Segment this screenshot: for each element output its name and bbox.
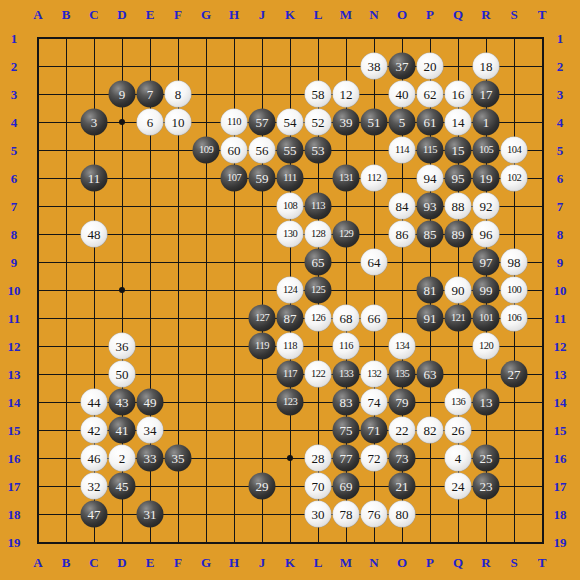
move-number: 109 xyxy=(199,145,213,156)
stone-black-K11: 87 xyxy=(277,305,304,332)
stone-black-D15: 41 xyxy=(109,417,136,444)
move-number: 120 xyxy=(479,341,493,352)
move-number: 12 xyxy=(340,88,353,101)
stone-white-C16: 46 xyxy=(81,445,108,472)
stone-black-R5: 105 xyxy=(473,137,500,164)
col-label-top-K: K xyxy=(285,8,295,21)
move-number: 58 xyxy=(312,88,325,101)
stone-black-C4: 3 xyxy=(81,109,108,136)
move-number: 62 xyxy=(424,88,437,101)
stone-black-M15: 75 xyxy=(333,417,360,444)
move-number: 60 xyxy=(228,144,241,157)
move-number: 50 xyxy=(116,368,129,381)
move-number: 135 xyxy=(395,369,409,380)
stone-white-M18: 78 xyxy=(333,501,360,528)
move-number: 97 xyxy=(480,256,493,269)
stone-white-D13: 50 xyxy=(109,361,136,388)
move-number: 78 xyxy=(340,508,353,521)
move-number: 72 xyxy=(368,452,381,465)
stone-white-K7: 108 xyxy=(277,193,304,220)
stone-white-O8: 86 xyxy=(389,221,416,248)
col-label-top-C: C xyxy=(89,8,98,21)
stone-black-R6: 19 xyxy=(473,165,500,192)
stone-white-R8: 96 xyxy=(473,221,500,248)
stone-white-O12: 134 xyxy=(389,333,416,360)
move-number: 5 xyxy=(399,116,406,129)
stone-white-Q4: 14 xyxy=(445,109,472,136)
stone-white-O15: 22 xyxy=(389,417,416,444)
stone-white-L3: 58 xyxy=(305,81,332,108)
move-number: 9 xyxy=(119,88,126,101)
move-number: 53 xyxy=(312,144,325,157)
row-label-right-18: 18 xyxy=(554,508,567,521)
row-label-left-3: 3 xyxy=(11,88,18,101)
move-number: 27 xyxy=(508,368,521,381)
stone-black-R14: 13 xyxy=(473,389,500,416)
col-label-top-M: M xyxy=(340,8,352,21)
stone-black-E3: 7 xyxy=(137,81,164,108)
move-number: 105 xyxy=(479,145,493,156)
move-number: 44 xyxy=(88,396,101,409)
move-number: 119 xyxy=(255,341,269,352)
stone-white-Q7: 88 xyxy=(445,193,472,220)
col-label-bottom-K: K xyxy=(285,556,295,569)
move-number: 85 xyxy=(424,228,437,241)
stone-black-C6: 11 xyxy=(81,165,108,192)
col-label-bottom-C: C xyxy=(89,556,98,569)
move-number: 37 xyxy=(396,60,409,73)
row-label-left-8: 8 xyxy=(11,228,18,241)
stone-black-L10: 125 xyxy=(305,277,332,304)
move-number: 36 xyxy=(116,340,129,353)
move-number: 75 xyxy=(340,424,353,437)
row-label-right-13: 13 xyxy=(554,368,567,381)
move-number: 134 xyxy=(395,341,409,352)
star-point-K16 xyxy=(287,455,293,461)
stone-black-L7: 113 xyxy=(305,193,332,220)
move-number: 55 xyxy=(284,144,297,157)
stone-white-L8: 128 xyxy=(305,221,332,248)
stone-white-O7: 84 xyxy=(389,193,416,220)
stone-black-Q11: 121 xyxy=(445,305,472,332)
move-number: 29 xyxy=(256,480,269,493)
move-number: 10 xyxy=(172,116,185,129)
row-label-right-1: 1 xyxy=(557,32,564,45)
move-number: 39 xyxy=(340,116,353,129)
move-number: 101 xyxy=(479,313,493,324)
stone-white-F3: 8 xyxy=(165,81,192,108)
row-label-right-15: 15 xyxy=(554,424,567,437)
move-number: 64 xyxy=(368,256,381,269)
stone-black-M14: 83 xyxy=(333,389,360,416)
move-number: 28 xyxy=(312,452,325,465)
stone-white-S11: 106 xyxy=(501,305,528,332)
stone-black-M6: 131 xyxy=(333,165,360,192)
stone-black-R17: 23 xyxy=(473,473,500,500)
stone-black-K6: 111 xyxy=(277,165,304,192)
move-number: 13 xyxy=(480,396,493,409)
move-number: 69 xyxy=(340,480,353,493)
move-number: 38 xyxy=(368,60,381,73)
stone-white-L16: 28 xyxy=(305,445,332,472)
col-label-bottom-Q: Q xyxy=(453,556,463,569)
col-label-bottom-L: L xyxy=(314,556,323,569)
stone-black-L5: 53 xyxy=(305,137,332,164)
move-number: 104 xyxy=(507,145,521,156)
row-label-right-9: 9 xyxy=(557,256,564,269)
stone-white-C8: 48 xyxy=(81,221,108,248)
stone-white-L4: 52 xyxy=(305,109,332,136)
row-label-left-19: 19 xyxy=(8,536,21,549)
move-number: 63 xyxy=(424,368,437,381)
col-label-top-P: P xyxy=(426,8,434,21)
move-number: 107 xyxy=(227,173,241,184)
row-label-right-4: 4 xyxy=(557,116,564,129)
col-label-top-G: G xyxy=(201,8,211,21)
move-number: 34 xyxy=(144,424,157,437)
move-number: 93 xyxy=(424,200,437,213)
stone-black-P5: 115 xyxy=(417,137,444,164)
move-number: 76 xyxy=(368,508,381,521)
stone-black-P4: 61 xyxy=(417,109,444,136)
stone-white-F4: 10 xyxy=(165,109,192,136)
move-number: 22 xyxy=(396,424,409,437)
col-label-top-F: F xyxy=(174,8,182,21)
move-number: 3 xyxy=(91,116,98,129)
move-number: 1 xyxy=(483,116,490,129)
move-number: 83 xyxy=(340,396,353,409)
stone-white-Q14: 136 xyxy=(445,389,472,416)
stone-white-K8: 130 xyxy=(277,221,304,248)
move-number: 15 xyxy=(452,144,465,157)
move-number: 100 xyxy=(507,285,521,296)
move-number: 45 xyxy=(116,480,129,493)
move-number: 33 xyxy=(144,452,157,465)
stone-white-L13: 122 xyxy=(305,361,332,388)
stone-white-O18: 80 xyxy=(389,501,416,528)
row-label-right-6: 6 xyxy=(557,172,564,185)
col-label-bottom-J: J xyxy=(259,556,266,569)
stone-black-G5: 109 xyxy=(193,137,220,164)
row-label-right-5: 5 xyxy=(557,144,564,157)
stone-white-N16: 72 xyxy=(361,445,388,472)
col-label-bottom-M: M xyxy=(340,556,352,569)
col-label-bottom-A: A xyxy=(33,556,42,569)
move-number: 91 xyxy=(424,312,437,325)
move-number: 113 xyxy=(311,201,325,212)
go-board[interactable]: 1234567891011121314151617181920212223242… xyxy=(0,0,580,580)
move-number: 54 xyxy=(284,116,297,129)
stone-black-K13: 117 xyxy=(277,361,304,388)
row-label-right-17: 17 xyxy=(554,480,567,493)
stone-white-Q10: 90 xyxy=(445,277,472,304)
stone-white-O5: 114 xyxy=(389,137,416,164)
row-label-left-1: 1 xyxy=(11,32,18,45)
row-label-left-17: 17 xyxy=(8,480,21,493)
move-number: 116 xyxy=(339,341,353,352)
move-number: 30 xyxy=(312,508,325,521)
move-number: 124 xyxy=(283,285,297,296)
stone-white-R7: 92 xyxy=(473,193,500,220)
move-number: 132 xyxy=(367,369,381,380)
stone-black-Q6: 95 xyxy=(445,165,472,192)
move-number: 94 xyxy=(424,172,437,185)
move-number: 125 xyxy=(311,285,325,296)
stone-black-S13: 27 xyxy=(501,361,528,388)
stone-black-R4: 1 xyxy=(473,109,500,136)
stone-white-S9: 98 xyxy=(501,249,528,276)
move-number: 26 xyxy=(452,424,465,437)
move-number: 81 xyxy=(424,284,437,297)
stone-white-M11: 68 xyxy=(333,305,360,332)
move-number: 79 xyxy=(396,396,409,409)
stone-black-F16: 35 xyxy=(165,445,192,472)
move-number: 18 xyxy=(480,60,493,73)
col-label-bottom-T: T xyxy=(538,556,547,569)
stone-black-E14: 49 xyxy=(137,389,164,416)
move-number: 8 xyxy=(175,88,182,101)
move-number: 17 xyxy=(480,88,493,101)
col-label-top-L: L xyxy=(314,8,323,21)
move-number: 51 xyxy=(368,116,381,129)
move-number: 128 xyxy=(311,229,325,240)
stone-white-P2: 20 xyxy=(417,53,444,80)
move-number: 127 xyxy=(255,313,269,324)
move-number: 19 xyxy=(480,172,493,185)
move-number: 88 xyxy=(452,200,465,213)
stone-white-R12: 120 xyxy=(473,333,500,360)
move-number: 118 xyxy=(283,341,297,352)
star-point-D10 xyxy=(119,287,125,293)
stone-black-Q5: 15 xyxy=(445,137,472,164)
stone-white-Q3: 16 xyxy=(445,81,472,108)
stone-black-K5: 55 xyxy=(277,137,304,164)
move-number: 110 xyxy=(227,117,241,128)
move-number: 20 xyxy=(424,60,437,73)
col-label-top-R: R xyxy=(481,8,490,21)
move-number: 129 xyxy=(339,229,353,240)
stone-black-O4: 5 xyxy=(389,109,416,136)
col-label-bottom-H: H xyxy=(229,556,239,569)
move-number: 21 xyxy=(396,480,409,493)
move-number: 2 xyxy=(119,452,126,465)
col-label-bottom-S: S xyxy=(510,556,517,569)
stone-black-L9: 65 xyxy=(305,249,332,276)
stone-black-R11: 101 xyxy=(473,305,500,332)
move-number: 68 xyxy=(340,312,353,325)
stone-white-R2: 18 xyxy=(473,53,500,80)
stone-black-M17: 69 xyxy=(333,473,360,500)
col-label-bottom-F: F xyxy=(174,556,182,569)
move-number: 115 xyxy=(423,145,437,156)
move-number: 77 xyxy=(340,452,353,465)
stone-black-N4: 51 xyxy=(361,109,388,136)
col-label-bottom-G: G xyxy=(201,556,211,569)
row-label-left-15: 15 xyxy=(8,424,21,437)
move-number: 66 xyxy=(368,312,381,325)
move-number: 49 xyxy=(144,396,157,409)
stone-white-L18: 30 xyxy=(305,501,332,528)
move-number: 41 xyxy=(116,424,129,437)
stone-white-K12: 118 xyxy=(277,333,304,360)
stone-black-E18: 31 xyxy=(137,501,164,528)
col-label-bottom-N: N xyxy=(369,556,378,569)
stone-white-C15: 42 xyxy=(81,417,108,444)
row-label-right-16: 16 xyxy=(554,452,567,465)
move-number: 6 xyxy=(147,116,154,129)
col-label-bottom-B: B xyxy=(62,556,71,569)
move-number: 117 xyxy=(283,369,297,380)
stone-white-J5: 56 xyxy=(249,137,276,164)
stone-white-M12: 116 xyxy=(333,333,360,360)
col-label-top-H: H xyxy=(229,8,239,21)
move-number: 106 xyxy=(507,313,521,324)
stone-white-L17: 70 xyxy=(305,473,332,500)
move-number: 56 xyxy=(256,144,269,157)
stone-black-E16: 33 xyxy=(137,445,164,472)
move-number: 40 xyxy=(396,88,409,101)
move-number: 82 xyxy=(424,424,437,437)
col-label-top-D: D xyxy=(117,8,126,21)
stone-white-N2: 38 xyxy=(361,53,388,80)
row-label-left-13: 13 xyxy=(8,368,21,381)
stone-white-N18: 76 xyxy=(361,501,388,528)
stone-black-C18: 47 xyxy=(81,501,108,528)
move-number: 111 xyxy=(283,173,296,184)
row-label-right-8: 8 xyxy=(557,228,564,241)
stone-black-K14: 123 xyxy=(277,389,304,416)
stone-black-D3: 9 xyxy=(109,81,136,108)
move-number: 16 xyxy=(452,88,465,101)
stone-white-S5: 104 xyxy=(501,137,528,164)
move-number: 59 xyxy=(256,172,269,185)
move-number: 102 xyxy=(507,173,521,184)
stone-black-J6: 59 xyxy=(249,165,276,192)
stone-black-J12: 119 xyxy=(249,333,276,360)
stone-black-P8: 85 xyxy=(417,221,444,248)
stone-black-R10: 99 xyxy=(473,277,500,304)
row-label-left-2: 2 xyxy=(11,60,18,73)
stone-black-M8: 129 xyxy=(333,221,360,248)
stone-white-C14: 44 xyxy=(81,389,108,416)
stone-white-P3: 62 xyxy=(417,81,444,108)
row-label-left-7: 7 xyxy=(11,200,18,213)
col-label-top-Q: Q xyxy=(453,8,463,21)
stone-white-P6: 94 xyxy=(417,165,444,192)
row-label-left-16: 16 xyxy=(8,452,21,465)
move-number: 84 xyxy=(396,200,409,213)
move-number: 48 xyxy=(88,228,101,241)
stone-black-M13: 133 xyxy=(333,361,360,388)
move-number: 98 xyxy=(508,256,521,269)
col-label-bottom-P: P xyxy=(426,556,434,569)
row-label-left-11: 11 xyxy=(8,312,20,325)
col-label-bottom-R: R xyxy=(481,556,490,569)
stone-white-E4: 6 xyxy=(137,109,164,136)
stone-black-J4: 57 xyxy=(249,109,276,136)
row-label-right-14: 14 xyxy=(554,396,567,409)
row-label-left-9: 9 xyxy=(11,256,18,269)
stone-white-L11: 126 xyxy=(305,305,332,332)
move-number: 112 xyxy=(367,173,381,184)
move-number: 14 xyxy=(452,116,465,129)
stone-black-J11: 127 xyxy=(249,305,276,332)
stone-black-P11: 91 xyxy=(417,305,444,332)
col-label-bottom-D: D xyxy=(117,556,126,569)
move-number: 11 xyxy=(88,172,101,185)
row-label-right-2: 2 xyxy=(557,60,564,73)
col-label-top-E: E xyxy=(146,8,155,21)
row-label-left-4: 4 xyxy=(11,116,18,129)
col-label-top-A: A xyxy=(33,8,42,21)
stone-white-H4: 110 xyxy=(221,109,248,136)
move-number: 95 xyxy=(452,172,465,185)
stone-black-D17: 45 xyxy=(109,473,136,500)
col-label-bottom-O: O xyxy=(397,556,407,569)
row-label-left-14: 14 xyxy=(8,396,21,409)
col-label-top-S: S xyxy=(510,8,517,21)
move-number: 32 xyxy=(88,480,101,493)
stone-black-O14: 79 xyxy=(389,389,416,416)
move-number: 4 xyxy=(455,452,462,465)
stone-black-M4: 39 xyxy=(333,109,360,136)
move-number: 71 xyxy=(368,424,381,437)
stone-black-O2: 37 xyxy=(389,53,416,80)
move-number: 23 xyxy=(480,480,493,493)
move-number: 74 xyxy=(368,396,381,409)
stone-black-R3: 17 xyxy=(473,81,500,108)
move-number: 136 xyxy=(451,397,465,408)
move-number: 70 xyxy=(312,480,325,493)
row-label-right-19: 19 xyxy=(554,536,567,549)
move-number: 35 xyxy=(172,452,185,465)
move-number: 42 xyxy=(88,424,101,437)
move-number: 80 xyxy=(396,508,409,521)
move-number: 89 xyxy=(452,228,465,241)
stone-white-Q15: 26 xyxy=(445,417,472,444)
stone-black-M16: 77 xyxy=(333,445,360,472)
move-number: 57 xyxy=(256,116,269,129)
move-number: 122 xyxy=(311,369,325,380)
stone-black-R16: 25 xyxy=(473,445,500,472)
stone-black-Q8: 89 xyxy=(445,221,472,248)
stone-white-D12: 36 xyxy=(109,333,136,360)
move-number: 126 xyxy=(311,313,325,324)
move-number: 24 xyxy=(452,480,465,493)
star-point-D4 xyxy=(119,119,125,125)
stone-white-D16: 2 xyxy=(109,445,136,472)
stone-black-O13: 135 xyxy=(389,361,416,388)
stone-black-O16: 73 xyxy=(389,445,416,472)
stone-white-K10: 124 xyxy=(277,277,304,304)
stone-white-N6: 112 xyxy=(361,165,388,192)
move-number: 114 xyxy=(395,145,409,156)
move-number: 52 xyxy=(312,116,325,129)
move-number: 90 xyxy=(452,284,465,297)
stone-white-Q17: 24 xyxy=(445,473,472,500)
stone-black-P7: 93 xyxy=(417,193,444,220)
stone-black-H6: 107 xyxy=(221,165,248,192)
col-label-top-J: J xyxy=(259,8,266,21)
row-label-left-6: 6 xyxy=(11,172,18,185)
col-label-top-N: N xyxy=(369,8,378,21)
stone-white-H5: 60 xyxy=(221,137,248,164)
move-number: 86 xyxy=(396,228,409,241)
stone-black-O17: 21 xyxy=(389,473,416,500)
stone-black-N15: 71 xyxy=(361,417,388,444)
move-number: 43 xyxy=(116,396,129,409)
row-label-left-10: 10 xyxy=(8,284,21,297)
